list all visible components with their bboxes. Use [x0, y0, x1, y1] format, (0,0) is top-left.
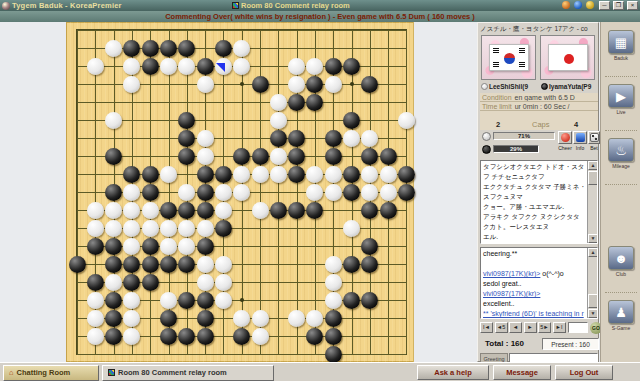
black-win-bar[interactable]: 29% — [493, 145, 539, 153]
white-captures: 2 — [496, 120, 500, 130]
black-stone[interactable] — [361, 238, 378, 255]
black-stone[interactable] — [178, 256, 195, 273]
black-stone[interactable] — [288, 166, 305, 183]
black-stone[interactable] — [361, 202, 378, 219]
white-stone[interactable] — [142, 202, 159, 219]
go-board[interactable] — [66, 22, 414, 362]
black-stone[interactable] — [105, 328, 122, 345]
room-grid-icon — [108, 369, 115, 376]
black-stone[interactable] — [123, 256, 140, 273]
toolbar-live-button[interactable]: ▶Live — [606, 84, 636, 124]
black-stone[interactable] — [178, 40, 195, 57]
black-stone[interactable] — [288, 148, 305, 165]
dice-icon — [590, 133, 599, 142]
black-stone[interactable] — [160, 256, 177, 273]
live-icon: ▶ — [608, 84, 634, 108]
white-stone[interactable] — [252, 202, 269, 219]
black-player-flag-japan — [540, 35, 595, 80]
white-stone[interactable] — [105, 274, 122, 291]
white-stone[interactable] — [197, 274, 214, 291]
marquee-text: ノスチル・鷹・ヨタンケ 17アク - co — [480, 24, 596, 33]
white-stone[interactable] — [233, 310, 250, 327]
white-stone[interactable] — [380, 166, 397, 183]
chat-line: cheering.** — [483, 249, 587, 259]
spectator-chat-scrollbar[interactable]: ▲ ▼ — [587, 248, 597, 318]
black-stone[interactable] — [123, 166, 140, 183]
white-stone[interactable] — [343, 130, 360, 147]
white-stone[interactable] — [87, 220, 104, 237]
trigram-icon — [493, 62, 499, 67]
black-stone[interactable] — [380, 148, 397, 165]
black-stone[interactable] — [142, 58, 159, 75]
black-stone[interactable] — [142, 166, 159, 183]
black-stone[interactable] — [215, 166, 232, 183]
black-stone[interactable] — [215, 40, 232, 57]
chat-line: sedol great.. — [483, 279, 587, 289]
present-move-box: Present : 160 — [542, 338, 599, 350]
chat-line: vivi0987(17K)(kr)> — [483, 289, 587, 299]
white-stone[interactable] — [123, 76, 140, 93]
chat-line: アラキク タフクク ヌクシクタタ クカト。ーレスタエヌ — [483, 212, 587, 232]
tab-chatting-room[interactable]: ⌂Chatting Room — [3, 365, 99, 381]
white-stone[interactable] — [87, 310, 104, 327]
white-stone[interactable] — [160, 238, 177, 255]
white-stone[interactable] — [325, 256, 342, 273]
white-stone[interactable] — [361, 130, 378, 147]
white-player-flag-korea — [481, 35, 536, 80]
black-stone[interactable] — [105, 184, 122, 201]
black-stone[interactable] — [306, 202, 323, 219]
black-stone[interactable] — [270, 202, 287, 219]
chat-line: タック徳ミオ・クタタマオオ ククタュ タタフ・ホ — [483, 242, 587, 244]
black-stone[interactable] — [398, 184, 415, 201]
chat-line: vivi0987(17K)(kr)> o(^-^)o — [483, 269, 587, 279]
black-stone[interactable] — [343, 166, 360, 183]
black-stone[interactable] — [123, 274, 140, 291]
scroll-up-icon[interactable]: ▲ — [588, 161, 598, 170]
cheer-button-label: Cheer — [557, 145, 573, 151]
username-link[interactable]: vivi0987(17K)(kr)> — [483, 290, 540, 297]
white-stone[interactable] — [87, 58, 104, 75]
white-stone[interactable] — [361, 166, 378, 183]
white-stone[interactable] — [361, 184, 378, 201]
spectator-chat-lines: cheering.** vivi0987(17K)(kr)> o(^-^)ose… — [483, 249, 587, 319]
black-stone[interactable] — [343, 184, 360, 201]
white-stone[interactable] — [288, 58, 305, 75]
white-stone[interactable] — [160, 166, 177, 183]
toolbar-club-button[interactable]: ☻Club — [606, 246, 636, 286]
chat-line — [483, 259, 587, 269]
nav-forward-button[interactable]: ► — [524, 322, 537, 333]
black-stone[interactable] — [233, 148, 250, 165]
red-ball-icon — [561, 133, 570, 142]
black-stone[interactable] — [69, 256, 86, 273]
trigram-icon — [493, 48, 499, 53]
black-stone[interactable] — [142, 184, 159, 201]
bet-button[interactable] — [588, 131, 600, 144]
black-stone[interactable] — [105, 310, 122, 327]
black-stone[interactable] — [398, 166, 415, 183]
black-stone[interactable] — [288, 130, 305, 147]
white-stone[interactable] — [123, 58, 140, 75]
korea-flag — [489, 44, 529, 71]
black-stone[interactable] — [105, 292, 122, 309]
captures-row: 2 Caps 4 — [480, 120, 598, 130]
white-stone[interactable] — [270, 94, 287, 111]
white-stone[interactable] — [123, 184, 140, 201]
relay-chat-lines: タフシシオクタエク トドオ・スタフ チチセニュクタフエククタチュ クタタマ 子勝… — [483, 162, 587, 244]
scroll-thumb[interactable] — [588, 171, 598, 185]
black-player-name[interactable]: IyamaYuta(P9 — [540, 82, 591, 92]
white-stone[interactable] — [380, 184, 397, 201]
condition-value: en game with 6.5 D — [515, 94, 575, 101]
black-stone[interactable] — [178, 292, 195, 309]
black-stone[interactable] — [325, 346, 342, 363]
username-link[interactable]: vivi0987(17K)(kr)> — [483, 270, 540, 277]
black-stone[interactable] — [142, 238, 159, 255]
black-stone[interactable] — [87, 274, 104, 291]
black-stone[interactable] — [288, 202, 305, 219]
black-slider-knob[interactable] — [482, 145, 491, 154]
black-stone[interactable] — [197, 166, 214, 183]
black-stone[interactable] — [252, 148, 269, 165]
black-stone[interactable] — [197, 292, 214, 309]
app-window: Tygem Baduk - KoreaPremier Room 80 Comme… — [0, 0, 640, 381]
white-stone[interactable] — [288, 310, 305, 327]
scroll-up-icon[interactable]: ▲ — [588, 248, 598, 257]
grid-line — [77, 354, 406, 355]
condition-label: Condition — [482, 94, 512, 101]
black-stone[interactable] — [325, 148, 342, 165]
white-stone[interactable] — [252, 328, 269, 345]
black-stone[interactable] — [343, 58, 360, 75]
white-stone[interactable] — [306, 166, 323, 183]
room-icon — [232, 2, 239, 9]
black-stone[interactable] — [160, 202, 177, 219]
taegeuk-icon — [504, 53, 515, 64]
white-stone[interactable] — [252, 166, 269, 183]
black-stone[interactable] — [325, 130, 342, 147]
white-stone[interactable] — [215, 274, 232, 291]
white-stone[interactable] — [252, 310, 269, 327]
time-limit-label: Time limit — [482, 103, 512, 110]
white-stone[interactable] — [197, 220, 214, 237]
black-stone[interactable] — [306, 328, 323, 345]
tab-room-80[interactable]: Room 80 Comment relay room — [102, 365, 274, 381]
white-player-name[interactable]: LeeShiShil(9 — [480, 82, 528, 92]
close-button[interactable]: × — [627, 1, 638, 10]
white-stone[interactable] — [160, 220, 177, 237]
trigram-icon — [519, 62, 525, 67]
info-button[interactable] — [573, 131, 587, 144]
white-stone[interactable] — [123, 220, 140, 237]
star-point — [240, 82, 244, 86]
chat-line: ** 'skyfriend (6D)' is teaching in room … — [483, 309, 587, 319]
help-icon[interactable] — [586, 1, 594, 9]
white-stone[interactable] — [288, 76, 305, 93]
black-stone[interactable] — [197, 310, 214, 327]
chat-line: excellent.. — [483, 299, 587, 309]
black-stone[interactable] — [105, 238, 122, 255]
toolbar-divider — [605, 292, 637, 293]
side-toolbar: ▦Baduk▶Live♨Mileage☻Club♟S-Game — [600, 22, 640, 362]
black-stone[interactable] — [142, 40, 159, 57]
black-stone[interactable] — [306, 94, 323, 111]
s-game-icon: ♟ — [608, 300, 634, 324]
white-stone[interactable] — [178, 184, 195, 201]
room-title-label: Room 80 Comment relay room — [241, 1, 350, 10]
baduk-icon: ▦ — [608, 30, 634, 54]
white-stone[interactable] — [87, 292, 104, 309]
black-stone[interactable] — [233, 328, 250, 345]
nav-back5-button[interactable]: ◄5 — [495, 322, 508, 333]
white-stone[interactable] — [178, 220, 195, 237]
white-win-bar[interactable]: 71% — [493, 132, 555, 140]
white-stone[interactable] — [105, 220, 122, 237]
white-stone[interactable] — [325, 274, 342, 291]
cheer-button[interactable] — [558, 131, 572, 144]
black-stone[interactable] — [178, 112, 195, 129]
blue-chip-icon — [576, 133, 585, 142]
black-stone[interactable] — [215, 220, 232, 237]
black-stone[interactable] — [288, 94, 305, 111]
move-navigation: GO I◄◄5◄►5►►I — [480, 322, 598, 334]
black-captures: 4 — [574, 120, 578, 130]
nav-back-button[interactable]: ◄ — [509, 322, 522, 333]
win-rate-sliders: 71% 29% Cheer Info Bet — [480, 131, 598, 159]
globe-icon[interactable] — [574, 1, 582, 9]
scroll-down-icon[interactable]: ▼ — [588, 309, 598, 318]
black-stone[interactable] — [343, 256, 360, 273]
palette-icon[interactable] — [562, 1, 570, 9]
black-stone[interactable] — [160, 310, 177, 327]
white-stone[interactable] — [123, 238, 140, 255]
toolbar-divider — [605, 184, 637, 185]
captures-label: Caps — [532, 120, 550, 130]
black-stone[interactable] — [178, 148, 195, 165]
white-stone[interactable] — [233, 184, 250, 201]
white-stone[interactable] — [270, 148, 287, 165]
scroll-down-icon[interactable]: ▼ — [588, 234, 598, 243]
last-move-marker-icon — [216, 63, 225, 72]
white-stone[interactable] — [306, 184, 323, 201]
white-stone[interactable] — [123, 292, 140, 309]
toolbar-divider — [605, 76, 637, 77]
game-conditions: Conditionen game with 6.5 D Time limitur… — [480, 93, 598, 120]
white-stone[interactable] — [215, 184, 232, 201]
white-stone[interactable] — [233, 40, 250, 57]
trigram-icon — [519, 48, 525, 53]
white-stone[interactable] — [87, 328, 104, 345]
black-stone[interactable] — [160, 328, 177, 345]
black-stone[interactable] — [361, 292, 378, 309]
app-icon — [2, 2, 10, 10]
toolbar-divider — [605, 130, 637, 131]
white-stone[interactable] — [197, 76, 214, 93]
star-point — [240, 298, 244, 302]
club-icon: ☻ — [608, 246, 634, 270]
white-stone[interactable] — [325, 76, 342, 93]
white-stone[interactable] — [142, 220, 159, 237]
toolbar-s-game-button[interactable]: ♟S-Game — [606, 300, 636, 340]
white-stone[interactable] — [178, 58, 195, 75]
player-names-row: LeeShiShil(9 IyamaYuta(P9 — [480, 82, 598, 92]
black-stone[interactable] — [123, 40, 140, 57]
black-stone[interactable] — [306, 76, 323, 93]
move-number-input[interactable] — [568, 322, 588, 333]
game-status-bar: Commenting Over( white wins by resignati… — [0, 11, 640, 22]
white-stone[interactable] — [197, 148, 214, 165]
white-stone[interactable] — [325, 184, 342, 201]
white-stone[interactable] — [197, 256, 214, 273]
relay-chat-box[interactable]: タフシシオクタエク トドオ・スタフ チチセニュクタフエククタチュ クタタマ 子勝… — [480, 160, 598, 244]
black-stone[interactable] — [343, 292, 360, 309]
white-stone[interactable] — [105, 40, 122, 57]
nav-first-button[interactable]: I◄ — [480, 322, 493, 333]
white-stone[interactable] — [215, 202, 232, 219]
white-stone-icon — [481, 83, 488, 90]
white-stone[interactable] — [123, 202, 140, 219]
white-slider-knob[interactable] — [482, 132, 491, 141]
window-title: Tygem Baduk - KoreaPremier — [12, 0, 122, 11]
black-stone[interactable] — [197, 202, 214, 219]
black-stone[interactable] — [142, 256, 159, 273]
scroll-thumb[interactable] — [588, 294, 598, 308]
nav-last-button[interactable]: ►I — [553, 322, 566, 333]
chat-line: エル. — [483, 232, 587, 242]
white-stone[interactable] — [270, 112, 287, 129]
black-stone[interactable] — [325, 310, 342, 327]
black-stone[interactable] — [105, 256, 122, 273]
black-stone[interactable] — [105, 148, 122, 165]
home-icon: ⌂ — [9, 366, 14, 380]
ask-help-button[interactable]: Ask a help — [417, 365, 489, 380]
grid-line — [278, 30, 279, 354]
game-side-panel: ノスチル・鷹・ヨタンケ 17アク - co LeeShiShil(9 Iyama… — [477, 22, 599, 362]
black-stone[interactable] — [197, 238, 214, 255]
total-moves-label: Total : 160 — [485, 337, 524, 351]
black-stone-icon — [541, 83, 548, 90]
black-stone[interactable] — [361, 76, 378, 93]
white-stone[interactable] — [233, 166, 250, 183]
minimize-button[interactable]: ─ — [599, 1, 610, 10]
black-stone[interactable] — [270, 130, 287, 147]
star-point — [350, 82, 354, 86]
white-stone[interactable] — [178, 238, 195, 255]
black-stone[interactable] — [252, 76, 269, 93]
white-stone[interactable] — [160, 292, 177, 309]
game-status-text: Commenting Over( white wins by resignati… — [165, 12, 475, 21]
restore-button[interactable]: ❐ — [613, 1, 624, 10]
black-stone[interactable] — [87, 238, 104, 255]
black-stone[interactable] — [178, 130, 195, 147]
nav-fwd5-button[interactable]: 5► — [538, 322, 551, 333]
black-stone[interactable] — [142, 274, 159, 291]
white-stone[interactable] — [215, 256, 232, 273]
white-stone[interactable] — [270, 166, 287, 183]
move-totals-row: Total : 160 Present : 160 — [480, 337, 598, 351]
white-stone[interactable] — [197, 130, 214, 147]
white-stone[interactable] — [325, 292, 342, 309]
toolbar-baduk-button[interactable]: ▦Baduk — [606, 30, 636, 70]
japan-flag — [548, 44, 588, 71]
black-stone[interactable] — [160, 40, 177, 57]
white-stone[interactable] — [123, 328, 140, 345]
white-stone[interactable] — [306, 58, 323, 75]
toolbar-mileage-button[interactable]: ♨Mileage — [606, 138, 636, 178]
black-stone[interactable] — [380, 202, 397, 219]
hinomaru-icon — [564, 54, 574, 64]
white-stone[interactable] — [123, 310, 140, 327]
bottom-task-bar: ⌂Chatting Room Room 80 Comment relay roo… — [0, 362, 640, 381]
chat-line: タフシシオクタエク トドオ・スタフ チチセニュクタフ — [483, 162, 587, 182]
black-stone[interactable] — [325, 328, 342, 345]
white-stone[interactable] — [87, 202, 104, 219]
white-stone[interactable] — [325, 166, 342, 183]
logout-button[interactable]: Log Out — [555, 365, 613, 380]
message-button[interactable]: Message — [493, 365, 551, 380]
white-stone[interactable] — [343, 220, 360, 237]
room-title: Room 80 Comment relay room — [232, 0, 350, 11]
black-stone[interactable] — [178, 328, 195, 345]
white-stone[interactable] — [105, 202, 122, 219]
black-stone[interactable] — [197, 328, 214, 345]
spectator-chat-box[interactable]: cheering.** vivi0987(17K)(kr)> o(^-^)ose… — [480, 247, 598, 319]
white-stone[interactable] — [160, 58, 177, 75]
white-stone[interactable] — [306, 310, 323, 327]
chat-line: クョー。ア勝・ユエマエル. — [483, 202, 587, 212]
mileage-icon: ♨ — [608, 138, 634, 162]
black-stone[interactable] — [178, 202, 195, 219]
title-bar: Tygem Baduk - KoreaPremier Room 80 Comme… — [0, 0, 640, 11]
time-limit-value: ur 0min : 60 Sec / — [515, 103, 570, 110]
black-stone[interactable] — [361, 148, 378, 165]
black-stone[interactable] — [197, 184, 214, 201]
chat-line: エククタチュ クタタマ 子勝ミネ・スフクュヌマ — [483, 182, 587, 202]
white-stone[interactable] — [215, 292, 232, 309]
white-stone[interactable] — [398, 112, 415, 129]
relay-chat-scrollbar[interactable]: ▲ ▼ — [587, 161, 597, 243]
white-stone[interactable] — [233, 58, 250, 75]
white-stone[interactable] — [105, 112, 122, 129]
black-stone[interactable] — [343, 112, 360, 129]
black-stone[interactable] — [361, 256, 378, 273]
black-stone[interactable] — [197, 58, 214, 75]
black-stone[interactable] — [325, 58, 342, 75]
